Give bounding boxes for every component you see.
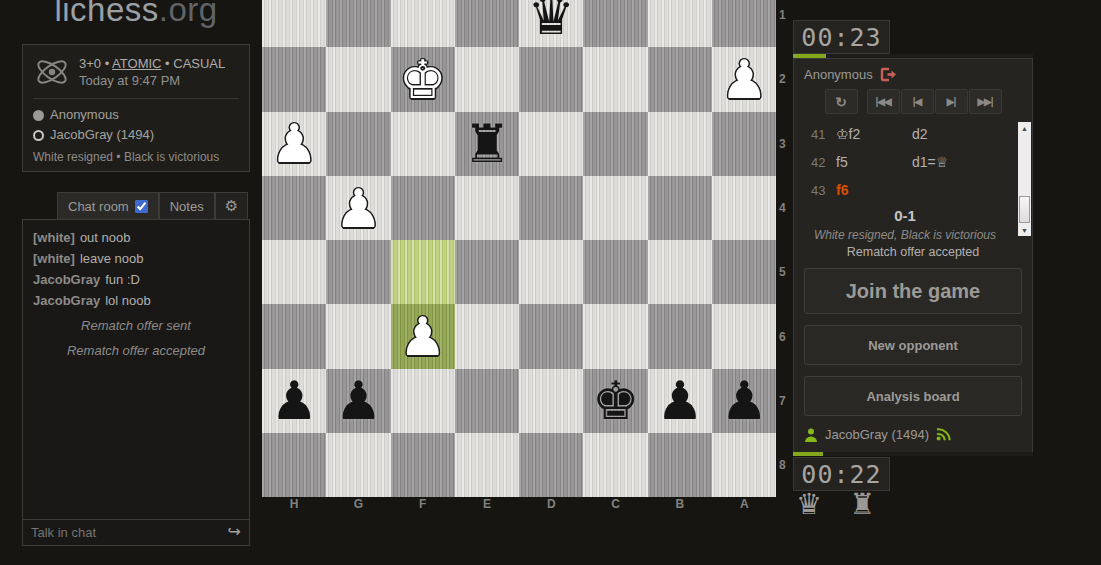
- square-d7[interactable]: [519, 369, 583, 433]
- white-player-line: Anonymous: [33, 105, 239, 125]
- online-user-icon: [804, 428, 818, 442]
- black-pawn-a7[interactable]: ♟: [712, 369, 776, 433]
- gear-icon: ⚙: [225, 197, 238, 215]
- game-side-panel: Anonymous ↻ |◀◀ |◀ ▶| ▶▶| 41♔f2d242f5d1=…: [793, 58, 1033, 453]
- square-h7[interactable]: ♟: [262, 369, 326, 433]
- white-pawn-a2[interactable]: ♟: [712, 47, 776, 111]
- move-white[interactable]: f6: [836, 182, 912, 198]
- square-g6[interactable]: [326, 304, 390, 368]
- white-player-color-icon: [33, 110, 44, 121]
- top-player-name: Anonymous: [804, 67, 873, 82]
- chat-message: JacobGraylol noob: [23, 290, 249, 311]
- chat-text: out noob: [80, 230, 131, 245]
- square-e8[interactable]: [455, 433, 519, 497]
- square-c7[interactable]: ♚: [583, 369, 647, 433]
- analysis-board-button[interactable]: Analysis board: [804, 376, 1022, 416]
- square-c6[interactable]: [583, 304, 647, 368]
- white-pawn-h3[interactable]: ♟: [262, 112, 326, 176]
- replay-cycle-button[interactable]: ↻: [825, 89, 858, 114]
- square-h8[interactable]: [262, 433, 326, 497]
- square-g7[interactable]: ♟: [326, 369, 390, 433]
- square-d4[interactable]: [519, 176, 583, 240]
- chess-board[interactable]: ♛♚♟♟♜♟♟♟♟♚♟♟: [262, 0, 777, 498]
- square-d6[interactable]: [519, 304, 583, 368]
- result-status: White resigned, Black is victorious: [794, 228, 1016, 242]
- move-navigation: ↻ |◀◀ |◀ ▶| ▶▶|: [794, 85, 1032, 120]
- square-f2[interactable]: ♚: [391, 47, 455, 111]
- square-a2[interactable]: ♟: [712, 47, 776, 111]
- scrollbar-thumb[interactable]: [1019, 196, 1030, 223]
- square-f7[interactable]: [391, 369, 455, 433]
- square-a5[interactable]: [712, 240, 776, 304]
- square-g3[interactable]: [326, 112, 390, 176]
- file-label-h: H: [262, 497, 326, 511]
- move-row: 43f6: [794, 176, 1016, 204]
- square-e6[interactable]: [455, 304, 519, 368]
- divider: [33, 98, 239, 99]
- game-setup-line: 3+0 • ATOMIC • CASUAL: [79, 55, 225, 72]
- sidebar: lichess.org 3+0 • ATOMIC • CASUAL Today …: [22, 0, 250, 546]
- square-a4[interactable]: [712, 176, 776, 240]
- next-move-button[interactable]: ▶|: [935, 89, 968, 114]
- atomic-variant-icon: [33, 53, 71, 91]
- square-f4[interactable]: [391, 176, 455, 240]
- square-b6[interactable]: [648, 304, 712, 368]
- move-black[interactable]: d1=♕: [912, 154, 1016, 170]
- chat-input-row: ↪: [22, 520, 250, 546]
- black-pawn-b7[interactable]: ♟: [648, 369, 712, 433]
- square-b1[interactable]: [648, 0, 712, 47]
- square-g2[interactable]: [326, 47, 390, 111]
- tab-chat-label: Chat room: [68, 199, 129, 214]
- game-result-text: White resigned • Black is victorious: [33, 150, 239, 164]
- black-player-line: JacobGray (1494): [33, 125, 239, 145]
- file-label-a: A: [712, 497, 776, 511]
- chat-text: lol noob: [105, 293, 151, 308]
- square-b4[interactable]: [648, 176, 712, 240]
- white-pawn-f6[interactable]: ♟: [391, 304, 455, 368]
- lichess-logo[interactable]: lichess.org: [22, 0, 250, 29]
- square-b2[interactable]: [648, 47, 712, 111]
- square-g5[interactable]: [326, 240, 390, 304]
- square-g1[interactable]: [326, 0, 390, 47]
- move-number: 43: [794, 183, 836, 198]
- square-h6[interactable]: [262, 304, 326, 368]
- square-a3[interactable]: [712, 112, 776, 176]
- square-h2[interactable]: [262, 47, 326, 111]
- white-player-name: Anonymous: [50, 105, 119, 125]
- square-c8[interactable]: [583, 433, 647, 497]
- file-label-e: E: [455, 497, 519, 511]
- white-clock: 00:23: [793, 20, 890, 54]
- file-coordinates: HGFEDCBA: [262, 497, 777, 511]
- square-b3[interactable]: [648, 112, 712, 176]
- black-time-bar: [793, 452, 1033, 456]
- square-c1[interactable]: [583, 0, 647, 47]
- chat-send-icon[interactable]: ↪: [228, 522, 249, 543]
- chat-author: [white]: [33, 230, 75, 245]
- black-queen-d1[interactable]: ♛: [519, 0, 583, 47]
- lichess-game-page: lichess.org 3+0 • ATOMIC • CASUAL Today …: [0, 0, 1101, 565]
- white-king-f2[interactable]: ♚: [391, 47, 455, 111]
- square-d2[interactable]: [519, 47, 583, 111]
- square-h3[interactable]: ♟: [262, 112, 326, 176]
- square-e1[interactable]: [455, 0, 519, 47]
- square-b5[interactable]: [648, 240, 712, 304]
- square-c4[interactable]: [583, 176, 647, 240]
- square-d5[interactable]: [519, 240, 583, 304]
- move-white[interactable]: f5: [836, 154, 912, 170]
- bottom-player-row: JacobGray (1494): [794, 427, 1032, 445]
- square-h4[interactable]: [262, 176, 326, 240]
- top-player-row: Anonymous: [794, 59, 1032, 85]
- move-black[interactable]: d2: [912, 126, 1016, 142]
- square-h1[interactable]: [262, 0, 326, 47]
- square-g8[interactable]: [326, 433, 390, 497]
- square-d3[interactable]: [519, 112, 583, 176]
- scrollbar-up-arrow[interactable]: ▲: [1018, 122, 1031, 134]
- square-d8[interactable]: [519, 433, 583, 497]
- chat-message: [white]out noob: [23, 227, 249, 248]
- square-f1[interactable]: [391, 0, 455, 47]
- square-c5[interactable]: [583, 240, 647, 304]
- file-label-b: B: [648, 497, 712, 511]
- square-h5[interactable]: [262, 240, 326, 304]
- black-time-bar-fill: [793, 452, 823, 456]
- square-f3[interactable]: [391, 112, 455, 176]
- black-player-name[interactable]: JacobGray (1494): [50, 125, 154, 145]
- square-e2[interactable]: [455, 47, 519, 111]
- move-list: 41♔f2d242f5d1=♕43f6 0-1 White resigned, …: [794, 120, 1032, 238]
- white-pawn-g4[interactable]: ♟: [326, 176, 390, 240]
- square-e5[interactable]: [455, 240, 519, 304]
- new-opponent-button[interactable]: New opponent: [804, 325, 1022, 365]
- black-pawn-g7[interactable]: ♟: [326, 369, 390, 433]
- move-row: 42f5d1=♕: [794, 148, 1016, 176]
- square-c2[interactable]: [583, 47, 647, 111]
- square-b8[interactable]: [648, 433, 712, 497]
- chat-message: [white]leave noob: [23, 248, 249, 269]
- black-pawn-h7[interactable]: ♟: [262, 369, 326, 433]
- square-b7[interactable]: ♟: [648, 369, 712, 433]
- game-meta-box: 3+0 • ATOMIC • CASUAL Today at 9:47 PM A…: [22, 44, 250, 172]
- chat-system-message: Rematch offer accepted: [23, 340, 249, 361]
- square-f6[interactable]: ♟: [391, 304, 455, 368]
- square-e3[interactable]: ♜: [455, 112, 519, 176]
- chat-message-list: [white]out noob[white]leave noobJacobGra…: [22, 219, 250, 520]
- file-label-c: C: [583, 497, 647, 511]
- first-move-button[interactable]: |◀◀: [867, 89, 900, 114]
- square-a7[interactable]: ♟: [712, 369, 776, 433]
- file-label-f: F: [391, 497, 455, 511]
- square-a6[interactable]: [712, 304, 776, 368]
- chat-system-message: Rematch offer sent: [23, 315, 249, 336]
- square-g4[interactable]: ♟: [326, 176, 390, 240]
- square-e4[interactable]: [455, 176, 519, 240]
- chat-author: [white]: [33, 251, 75, 266]
- square-d1[interactable]: ♛: [519, 0, 583, 47]
- result-score: 0-1: [794, 207, 1016, 224]
- move-number: 42: [794, 155, 836, 170]
- nav-group: |◀◀ |◀ ▶| ▶▶|: [867, 89, 1002, 114]
- scrollbar-down-arrow[interactable]: ▼: [1018, 224, 1031, 236]
- move-number: 41: [794, 127, 836, 142]
- black-clock: 00:22: [793, 457, 890, 491]
- broadcast-rss-icon[interactable]: [936, 428, 951, 441]
- chat-input[interactable]: [23, 525, 228, 540]
- square-c3[interactable]: [583, 112, 647, 176]
- square-e7[interactable]: [455, 369, 519, 433]
- chat-author: JacobGray: [33, 293, 100, 308]
- tab-notes-label: Notes: [170, 199, 204, 214]
- file-label-g: G: [326, 497, 390, 511]
- square-f5[interactable]: [391, 240, 455, 304]
- tab-notes[interactable]: Notes: [159, 192, 215, 219]
- tab-chat-room[interactable]: Chat room: [57, 192, 159, 219]
- chat-author: JacobGray: [33, 272, 100, 287]
- chat-tabs: Chat room Notes ⚙: [57, 192, 250, 219]
- join-game-button[interactable]: Join the game: [804, 268, 1022, 314]
- logo-main: lichess: [54, 0, 158, 28]
- logo-suffix: .org: [159, 0, 218, 28]
- square-a1[interactable]: [712, 0, 776, 47]
- chat-text: leave noob: [80, 251, 144, 266]
- black-king-c7[interactable]: ♚: [583, 369, 647, 433]
- move-white[interactable]: ♔f2: [836, 126, 912, 142]
- square-f8[interactable]: [391, 433, 455, 497]
- move-list-scrollbar[interactable]: ▲ ▼: [1018, 122, 1031, 236]
- chat-message: JacobGrayfun :D: [23, 269, 249, 290]
- panel-buttons: Join the game New opponent Analysis boar…: [794, 261, 1032, 416]
- tab-settings[interactable]: ⚙: [215, 192, 248, 219]
- move-row: 41♔f2d2: [794, 120, 1016, 148]
- chat-checkbox[interactable]: [135, 200, 148, 213]
- captured-pieces: ♛ ♜: [796, 487, 884, 521]
- bottom-player-name[interactable]: JacobGray (1494): [825, 427, 929, 442]
- black-player-color-icon: [33, 130, 44, 141]
- variant-link[interactable]: ATOMIC: [112, 56, 161, 71]
- file-label-d: D: [519, 497, 583, 511]
- game-date: Today at 9:47 PM: [79, 72, 225, 89]
- exit-icon[interactable]: [880, 67, 897, 82]
- square-a8[interactable]: [712, 433, 776, 497]
- prev-move-button[interactable]: |◀: [901, 89, 934, 114]
- chat-text: fun :D: [105, 272, 140, 287]
- black-rook-e3[interactable]: ♜: [455, 112, 519, 176]
- last-move-button[interactable]: ▶▶|: [969, 89, 1002, 114]
